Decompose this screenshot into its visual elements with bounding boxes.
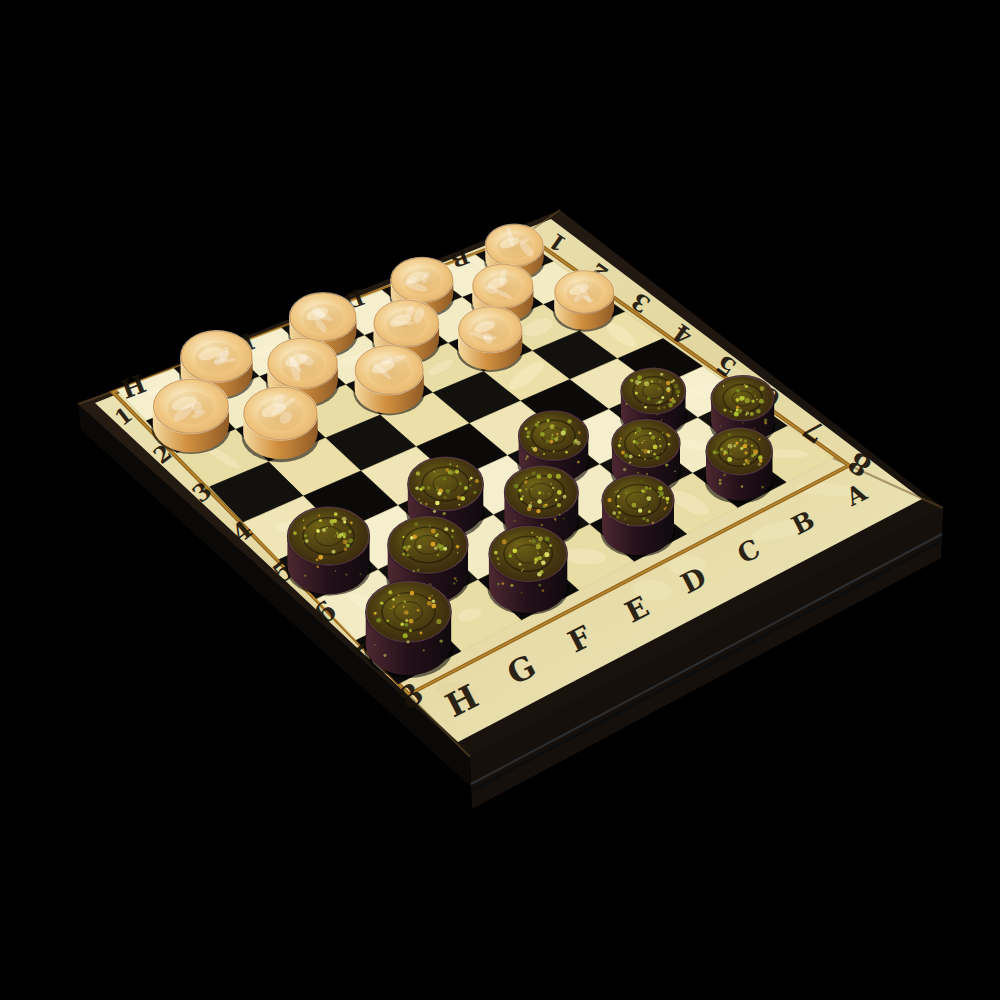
- checkers-board-photo: ABCDEFGH1234567812345678ABCDEFGH: [0, 0, 1000, 1000]
- scene: ABCDEFGH1234567812345678ABCDEFGH: [0, 0, 1000, 1000]
- vignette-overlay: [0, 0, 1000, 1000]
